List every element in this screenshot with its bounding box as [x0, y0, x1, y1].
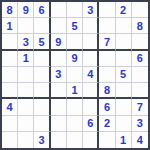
cell-r4c7[interactable] [99, 51, 115, 67]
cell-r9c9[interactable]: 4 [132, 132, 148, 148]
cell-r3c2[interactable]: 3 [18, 34, 34, 50]
cell-r6c1[interactable] [2, 83, 18, 99]
cell-r1c1[interactable]: 8 [2, 2, 18, 18]
cell-r9c3[interactable]: 3 [34, 132, 50, 148]
cell-r5c6[interactable]: 4 [83, 67, 99, 83]
cell-r7c6[interactable] [83, 99, 99, 115]
cell-r7c5[interactable] [67, 99, 83, 115]
cell-r6c6[interactable] [83, 83, 99, 99]
cell-r4c5[interactable]: 9 [67, 51, 83, 67]
cell-r7c3[interactable] [34, 99, 50, 115]
cell-r8c1[interactable] [2, 116, 18, 132]
cell-r5c5[interactable] [67, 67, 83, 83]
cell-r9c1[interactable] [2, 132, 18, 148]
cell-r7c2[interactable] [18, 99, 34, 115]
cell-r1c6[interactable]: 3 [83, 2, 99, 18]
cell-r9c2[interactable] [18, 132, 34, 148]
cell-r9c5[interactable] [67, 132, 83, 148]
cell-r8c9[interactable]: 3 [132, 116, 148, 132]
cell-r3c3[interactable]: 5 [34, 34, 50, 50]
cell-r2c3[interactable] [34, 18, 50, 34]
cell-r5c7[interactable] [99, 67, 115, 83]
cell-r2c7[interactable] [99, 18, 115, 34]
cell-r4c4[interactable] [51, 51, 67, 67]
cell-r5c3[interactable] [34, 67, 50, 83]
cell-r1c4[interactable] [51, 2, 67, 18]
cell-r8c6[interactable]: 6 [83, 116, 99, 132]
cell-r2c1[interactable]: 1 [2, 18, 18, 34]
cell-r1c7[interactable] [99, 2, 115, 18]
cell-r3c5[interactable] [67, 34, 83, 50]
cell-r7c9[interactable]: 7 [132, 99, 148, 115]
cell-r8c5[interactable] [67, 116, 83, 132]
cell-r1c8[interactable]: 2 [116, 2, 132, 18]
cell-r1c2[interactable]: 9 [18, 2, 34, 18]
cell-r2c6[interactable] [83, 18, 99, 34]
cell-r8c7[interactable]: 2 [99, 116, 115, 132]
cell-r1c3[interactable]: 6 [34, 2, 50, 18]
cell-r5c4[interactable]: 3 [51, 67, 67, 83]
cell-r2c9[interactable]: 8 [132, 18, 148, 34]
cell-r7c4[interactable] [51, 99, 67, 115]
cell-r8c8[interactable] [116, 116, 132, 132]
cell-r6c5[interactable]: 1 [67, 83, 83, 99]
cell-r6c3[interactable] [34, 83, 50, 99]
cell-r9c7[interactable] [99, 132, 115, 148]
cell-r3c1[interactable] [2, 34, 18, 50]
cell-r3c6[interactable] [83, 34, 99, 50]
cell-r6c2[interactable] [18, 83, 34, 99]
cell-r3c8[interactable] [116, 34, 132, 50]
cell-r3c9[interactable] [132, 34, 148, 50]
cell-r2c4[interactable] [51, 18, 67, 34]
cell-r5c9[interactable] [132, 67, 148, 83]
cell-r5c1[interactable] [2, 67, 18, 83]
cell-r4c6[interactable] [83, 51, 99, 67]
cell-r9c6[interactable] [83, 132, 99, 148]
cell-r7c8[interactable] [116, 99, 132, 115]
cell-r1c9[interactable] [132, 2, 148, 18]
cell-r6c7[interactable]: 8 [99, 83, 115, 99]
cell-r6c4[interactable] [51, 83, 67, 99]
cell-r2c2[interactable] [18, 18, 34, 34]
cell-r4c3[interactable] [34, 51, 50, 67]
cell-r2c5[interactable]: 5 [67, 18, 83, 34]
sudoku-board: 89632158359719634518467623314 [0, 0, 150, 150]
cell-r3c7[interactable]: 7 [99, 34, 115, 50]
cell-r7c7[interactable]: 6 [99, 99, 115, 115]
cell-r9c4[interactable] [51, 132, 67, 148]
cell-r4c9[interactable]: 6 [132, 51, 148, 67]
cell-r2c8[interactable] [116, 18, 132, 34]
cell-r1c5[interactable] [67, 2, 83, 18]
cell-r6c8[interactable] [116, 83, 132, 99]
cell-r3c4[interactable]: 9 [51, 34, 67, 50]
cell-r8c3[interactable] [34, 116, 50, 132]
cell-r5c8[interactable]: 5 [116, 67, 132, 83]
cell-r5c2[interactable] [18, 67, 34, 83]
cell-r4c1[interactable] [2, 51, 18, 67]
cell-r4c2[interactable]: 1 [18, 51, 34, 67]
cell-r4c8[interactable] [116, 51, 132, 67]
cell-r7c1[interactable]: 4 [2, 99, 18, 115]
cell-r8c4[interactable] [51, 116, 67, 132]
cell-r9c8[interactable]: 1 [116, 132, 132, 148]
cell-r6c9[interactable] [132, 83, 148, 99]
cell-r8c2[interactable] [18, 116, 34, 132]
